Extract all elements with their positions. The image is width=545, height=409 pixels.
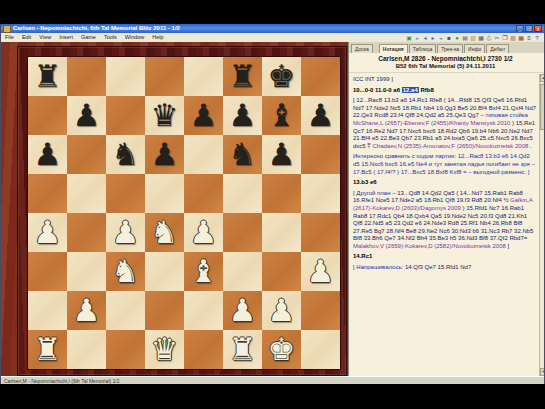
square-a2[interactable] [28, 291, 67, 330]
tab-дебют[interactable]: Дебют [486, 44, 509, 53]
square-h7[interactable]: ♟ [301, 96, 340, 135]
square-c1[interactable] [106, 330, 145, 369]
square-b1[interactable] [67, 330, 106, 369]
square-b4[interactable] [67, 213, 106, 252]
menu-item[interactable]: File [1, 34, 18, 40]
main-area: ♜♜♚♟♛♟♟♝♟♟♞♟♞♟♟♟♞♟♞♝♟♟♟♟♜♛♜♚ ДоскаНотаци… [1, 42, 544, 376]
notation-segment[interactable]: ICC INT 1999 ] [353, 76, 393, 82]
square-g1[interactable]: ♚ [262, 330, 301, 369]
square-e3[interactable]: ♝ [184, 252, 223, 291]
copy-icon[interactable]: ❐ [502, 34, 508, 42]
square-f3[interactable] [223, 252, 262, 291]
board-window: ♜♜♚♟♛♟♟♝♟♟♞♟♞♟♟♟♞♟♞♝♟♟♟♟♜♛♜♚ [1, 42, 348, 376]
square-c3[interactable]: ♞ [106, 252, 145, 291]
back-icon[interactable]: ◂ [422, 34, 428, 42]
square-e4[interactable]: ♟ [184, 213, 223, 252]
black-rook[interactable]: ♜ [223, 57, 262, 96]
menu-item[interactable]: Window [121, 34, 149, 40]
square-b7[interactable]: ♟ [67, 96, 106, 135]
board-setup-icon[interactable]: ▦ [518, 34, 524, 42]
square-d5[interactable] [145, 174, 184, 213]
notation-segment[interactable]: ] [506, 243, 509, 249]
square-f5[interactable] [223, 174, 262, 213]
square-c5[interactable] [106, 174, 145, 213]
square-g5[interactable] [262, 174, 301, 213]
square-e5[interactable] [184, 174, 223, 213]
white-pawn[interactable]: ♟ [28, 213, 67, 252]
notation-segment[interactable]: 10...0-0 11.0-0 a6 [353, 87, 402, 93]
board-frame: ♜♜♚♟♛♟♟♝♟♟♞♟♞♟♟♟♞♟♞♝♟♟♟♟♜♛♜♚ [17, 46, 347, 376]
save-icon[interactable]: ▦ [478, 34, 484, 42]
maximize-button[interactable]: □ [525, 25, 533, 32]
square-h4[interactable] [301, 213, 340, 252]
black-pawn[interactable]: ♟ [67, 96, 106, 135]
window-title: Carlsen - Nepomniachtchi, 6th Tal Memori… [13, 24, 180, 33]
open-icon[interactable]: ▥ [470, 34, 476, 42]
white-knight[interactable]: ♞ [145, 213, 184, 252]
white-pawn[interactable]: ♟ [184, 213, 223, 252]
square-g4[interactable] [262, 213, 301, 252]
square-f6[interactable]: ♞ [223, 135, 262, 174]
to-end-icon[interactable]: » [438, 34, 444, 42]
square-a5[interactable] [28, 174, 67, 213]
white-pawn[interactable]: ♟ [262, 291, 301, 330]
white-pawn[interactable]: ♟ [223, 291, 262, 330]
notation-segment[interactable]: Rfb8 [419, 87, 434, 93]
square-a8[interactable]: ♜ [28, 57, 67, 96]
black-pawn[interactable]: ♟ [262, 135, 301, 174]
square-g6[interactable]: ♟ [262, 135, 301, 174]
game-header: Carlsen,M 2826 - Nepomniachtchi,I 2730 1… [349, 53, 544, 73]
white-pawn[interactable]: ♟ [67, 291, 106, 330]
notation-segment: [ Напрашивалось: [353, 264, 405, 270]
square-g3[interactable] [262, 252, 301, 291]
white-king[interactable]: ♚ [262, 330, 301, 369]
notation-view-icon[interactable]: ≡ [526, 34, 532, 42]
square-e8[interactable] [184, 57, 223, 96]
help-icon[interactable]: ? [534, 34, 540, 42]
square-e6[interactable] [184, 135, 223, 174]
back-to-start-icon[interactable]: « [414, 34, 420, 42]
game-reference-link[interactable]: Malakhov,V (2659)-Kokarev,D (2582)/Novok… [353, 243, 506, 249]
square-h5[interactable] [301, 174, 340, 213]
white-rook[interactable]: ♜ [223, 330, 262, 369]
black-pawn[interactable]: ♟ [184, 96, 223, 135]
tab-таблица[interactable]: Таблица [409, 44, 437, 53]
app-icon [3, 25, 11, 33]
square-d1[interactable]: ♛ [145, 330, 184, 369]
tab-инфо[interactable]: Инфо [464, 44, 485, 53]
square-b3[interactable] [67, 252, 106, 291]
black-pawn[interactable]: ♟ [301, 96, 340, 135]
game-players: Carlsen,M 2826 - Nepomniachtchi,I 2730 1… [353, 55, 538, 63]
square-h3[interactable]: ♟ [301, 252, 340, 291]
square-h2[interactable] [301, 291, 340, 330]
square-a3[interactable] [28, 252, 67, 291]
title-bar: Carlsen - Nepomniachtchi, 6th Tal Memori… [1, 24, 544, 33]
black-pawn[interactable]: ♟ [145, 135, 184, 174]
square-a6[interactable]: ♟ [28, 135, 67, 174]
square-c6[interactable]: ♞ [106, 135, 145, 174]
square-e1[interactable] [184, 330, 223, 369]
square-d7[interactable]: ♛ [145, 96, 184, 135]
black-rook[interactable]: ♜ [28, 57, 67, 96]
white-knight[interactable]: ♞ [106, 252, 145, 291]
square-f7[interactable]: ♟ [223, 96, 262, 135]
black-pawn[interactable]: ♟ [223, 96, 262, 135]
scroll-down-icon[interactable]: ▼ [540, 368, 544, 376]
close-button[interactable]: x [534, 25, 542, 32]
scroll-thumb[interactable] [540, 84, 544, 130]
square-d8[interactable] [145, 57, 184, 96]
tab-трен-ка[interactable]: Трен-ка [437, 44, 463, 53]
square-d6[interactable]: ♟ [145, 135, 184, 174]
square-d4[interactable]: ♞ [145, 213, 184, 252]
black-pawn[interactable]: ♟ [28, 135, 67, 174]
black-queen[interactable]: ♛ [145, 96, 184, 135]
scroll-up-icon[interactable]: ▲ [540, 74, 544, 82]
menu-item[interactable]: Edit [18, 34, 35, 40]
square-h8[interactable] [301, 57, 340, 96]
notation-segment: – типовая стойка [480, 112, 528, 118]
square-f4[interactable] [223, 213, 262, 252]
print-icon[interactable]: ⎙ [486, 34, 492, 42]
white-queen[interactable]: ♛ [145, 330, 184, 369]
notation-segment[interactable]: . [528, 143, 531, 149]
game-reference-link[interactable]: Chadaev,N (2535)-Amonatov,F (2650)/Novok… [373, 143, 529, 149]
square-a4[interactable]: ♟ [28, 213, 67, 252]
white-rook[interactable]: ♜ [28, 330, 67, 369]
square-c4[interactable]: ♟ [106, 213, 145, 252]
notation-segment[interactable]: 14.Rc1 [353, 253, 372, 259]
square-d3[interactable] [145, 252, 184, 291]
square-g7[interactable]: ♝ [262, 96, 301, 135]
square-d2[interactable] [145, 291, 184, 330]
black-king[interactable]: ♚ [262, 57, 301, 96]
chessbase-window: Carlsen - Nepomniachtchi, 6th Tal Memori… [0, 24, 545, 384]
notation-segment[interactable]: 13.b3 e6 [353, 179, 377, 185]
status-text: Carlsen,M - Nepomniachtchi,I (6th Tal Me… [4, 378, 120, 384]
notation-panel: ДоскаНотацияТаблицаТрен-каИнфоДебют Carl… [348, 42, 544, 376]
square-g8[interactable]: ♚ [262, 57, 301, 96]
menu-item[interactable]: Help [148, 34, 167, 40]
paste-icon[interactable]: ▧ [510, 34, 516, 42]
menu-item[interactable]: View [35, 34, 55, 40]
scrollbar[interactable]: ▲ ▼ [539, 74, 544, 376]
notation-text: ICC INT 1999 ]10...0-0 11.0-0 a6 12.a4 R… [349, 74, 539, 376]
white-bishop[interactable]: ♝ [184, 252, 223, 291]
record-icon[interactable]: ● [454, 34, 460, 42]
square-h6[interactable] [301, 135, 340, 174]
current-move[interactable]: 12.a4 [402, 87, 419, 93]
status-bar: Carlsen,M - Nepomniachtchi,I (6th Tal Me… [1, 376, 544, 384]
menu-item[interactable]: Insert [55, 34, 77, 40]
square-c7[interactable] [106, 96, 145, 135]
menu-item[interactable]: Tools [100, 34, 121, 40]
square-b5[interactable] [67, 174, 106, 213]
notation-tab-bar: ДоскаНотацияТаблицаТрен-каИнфоДебют [349, 42, 544, 53]
black-knight[interactable]: ♞ [106, 135, 145, 174]
white-pawn[interactable]: ♟ [301, 252, 340, 291]
game-event: B52 6th Tal Memorial (5) 24.11.2011 [353, 63, 538, 71]
square-a1[interactable]: ♜ [28, 330, 67, 369]
toolbar: ▣«◂▸»■●▤▥▦⎙✂❐▧▦≡? [406, 33, 540, 42]
new-game-icon[interactable]: ▤ [462, 34, 468, 42]
square-b8[interactable] [67, 57, 106, 96]
square-f8[interactable]: ♜ [223, 57, 262, 96]
cut-icon[interactable]: ✂ [494, 34, 500, 42]
square-h1[interactable] [301, 330, 340, 369]
square-e7[interactable]: ♟ [184, 96, 223, 135]
square-b2[interactable]: ♟ [67, 291, 106, 330]
square-e2[interactable] [184, 291, 223, 330]
notation-segment: [ Другой план – [353, 190, 397, 196]
black-bishop[interactable]: ♝ [262, 96, 301, 135]
square-c8[interactable] [106, 57, 145, 96]
engine-icon[interactable]: ▣ [406, 34, 412, 42]
square-g2[interactable]: ♟ [262, 291, 301, 330]
game-reference-link[interactable]: McShane,L (2657)-Ebenev,F (2455)/Khanty … [353, 120, 510, 126]
minimize-button[interactable]: _ [516, 25, 524, 32]
tab-нотация[interactable]: Нотация [379, 44, 408, 53]
notation-segment: Интересно сравнить с ходом партии: 12...… [353, 153, 535, 174]
white-pawn[interactable]: ♟ [106, 213, 145, 252]
square-c2[interactable] [106, 291, 145, 330]
chess-board: ♜♜♚♟♛♟♟♝♟♟♞♟♞♟♟♟♞♟♞♝♟♟♟♟♜♛♜♚ [27, 56, 341, 370]
tab-доска[interactable]: Доска [351, 44, 373, 53]
square-a7[interactable] [28, 96, 67, 135]
square-f2[interactable]: ♟ [223, 291, 262, 330]
stop-icon[interactable]: ■ [446, 34, 452, 42]
forward-icon[interactable]: ▸ [430, 34, 436, 42]
video-letterbox-stage: Carlsen - Nepomniachtchi, 6th Tal Memori… [0, 0, 545, 409]
notation-segment[interactable]: 14.Qf3 Qe7 15.Rfd1 Nd7 [405, 264, 471, 270]
menu-item[interactable]: Game [77, 34, 100, 40]
square-f1[interactable]: ♜ [223, 330, 262, 369]
black-knight[interactable]: ♞ [223, 135, 262, 174]
square-b6[interactable] [67, 135, 106, 174]
